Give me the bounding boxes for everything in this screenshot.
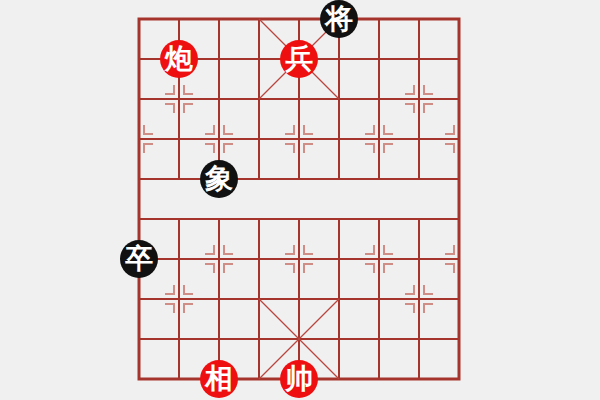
intersection-f1r6[interactable]: [159, 239, 199, 279]
intersection-f5r2[interactable]: [319, 79, 359, 119]
piece-red-soldier[interactable]: 兵: [280, 40, 318, 78]
intersection-f2r4[interactable]: 象: [199, 159, 239, 199]
intersection-f4r2[interactable]: [279, 79, 319, 119]
intersection-f6r4[interactable]: [359, 159, 399, 199]
intersection-f8r4[interactable]: [439, 159, 479, 199]
intersection-f8r2[interactable]: [439, 79, 479, 119]
intersection-f0r0[interactable]: [119, 0, 159, 39]
intersection-f2r3[interactable]: [199, 119, 239, 159]
intersection-f0r2[interactable]: [119, 79, 159, 119]
intersection-f4r3[interactable]: [279, 119, 319, 159]
intersection-f0r9[interactable]: [119, 359, 159, 399]
intersection-f4r4[interactable]: [279, 159, 319, 199]
intersection-f8r7[interactable]: [439, 279, 479, 319]
intersection-f5r6[interactable]: [319, 239, 359, 279]
intersection-f3r2[interactable]: [239, 79, 279, 119]
intersection-f6r9[interactable]: [359, 359, 399, 399]
intersection-f8r9[interactable]: [439, 359, 479, 399]
intersection-f7r9[interactable]: [399, 359, 439, 399]
intersection-f2r6[interactable]: [199, 239, 239, 279]
intersection-f7r2[interactable]: [399, 79, 439, 119]
intersection-f0r6[interactable]: 卒: [119, 239, 159, 279]
intersection-f7r8[interactable]: [399, 319, 439, 359]
intersection-f3r3[interactable]: [239, 119, 279, 159]
intersection-f7r7[interactable]: [399, 279, 439, 319]
intersection-f6r2[interactable]: [359, 79, 399, 119]
board: 将炮兵象卒相帅: [119, 0, 479, 399]
intersection-f5r4[interactable]: [319, 159, 359, 199]
intersection-f4r6[interactable]: [279, 239, 319, 279]
intersection-f7r5[interactable]: [399, 199, 439, 239]
piece-black-elephant[interactable]: 象: [200, 160, 238, 198]
intersection-f6r5[interactable]: [359, 199, 399, 239]
intersection-f1r1[interactable]: 炮: [159, 39, 199, 79]
intersection-f1r5[interactable]: [159, 199, 199, 239]
intersection-f5r1[interactable]: [319, 39, 359, 79]
intersection-f8r3[interactable]: [439, 119, 479, 159]
intersection-f0r8[interactable]: [119, 319, 159, 359]
intersection-f6r8[interactable]: [359, 319, 399, 359]
intersection-f8r0[interactable]: [439, 0, 479, 39]
intersection-f1r2[interactable]: [159, 79, 199, 119]
intersection-f3r6[interactable]: [239, 239, 279, 279]
intersection-f8r8[interactable]: [439, 319, 479, 359]
intersection-f0r4[interactable]: [119, 159, 159, 199]
intersection-f5r3[interactable]: [319, 119, 359, 159]
intersection-f4r0[interactable]: [279, 0, 319, 39]
intersection-f4r7[interactable]: [279, 279, 319, 319]
intersection-f2r2[interactable]: [199, 79, 239, 119]
intersection-f5r0[interactable]: 将: [319, 0, 359, 39]
intersection-f0r7[interactable]: [119, 279, 159, 319]
intersection-f7r0[interactable]: [399, 0, 439, 39]
intersection-f6r6[interactable]: [359, 239, 399, 279]
intersection-f3r4[interactable]: [239, 159, 279, 199]
piece-red-elephant[interactable]: 相: [200, 360, 238, 398]
intersection-f2r5[interactable]: [199, 199, 239, 239]
intersection-f1r8[interactable]: [159, 319, 199, 359]
intersection-f3r1[interactable]: [239, 39, 279, 79]
intersection-f1r9[interactable]: [159, 359, 199, 399]
intersection-f7r3[interactable]: [399, 119, 439, 159]
intersection-f8r6[interactable]: [439, 239, 479, 279]
intersection-f0r3[interactable]: [119, 119, 159, 159]
intersection-f2r9[interactable]: 相: [199, 359, 239, 399]
intersection-f3r8[interactable]: [239, 319, 279, 359]
intersection-f3r0[interactable]: [239, 0, 279, 39]
intersection-f7r6[interactable]: [399, 239, 439, 279]
intersection-f2r1[interactable]: [199, 39, 239, 79]
intersection-f3r9[interactable]: [239, 359, 279, 399]
intersection-f4r9[interactable]: 帅: [279, 359, 319, 399]
intersection-f5r7[interactable]: [319, 279, 359, 319]
intersection-f7r1[interactable]: [399, 39, 439, 79]
intersection-f3r7[interactable]: [239, 279, 279, 319]
piece-black-general[interactable]: 将: [320, 0, 358, 38]
xiangqi-diagram: 将炮兵象卒相帅: [0, 0, 600, 400]
piece-red-cannon[interactable]: 炮: [160, 40, 198, 78]
intersection-f2r7[interactable]: [199, 279, 239, 319]
intersection-f0r1[interactable]: [119, 39, 159, 79]
intersection-f6r0[interactable]: [359, 0, 399, 39]
intersection-f2r0[interactable]: [199, 0, 239, 39]
intersection-f0r5[interactable]: [119, 199, 159, 239]
intersection-f5r5[interactable]: [319, 199, 359, 239]
intersection-f4r5[interactable]: [279, 199, 319, 239]
intersection-f6r3[interactable]: [359, 119, 399, 159]
intersection-f6r1[interactable]: [359, 39, 399, 79]
intersection-f1r4[interactable]: [159, 159, 199, 199]
intersection-f2r8[interactable]: [199, 319, 239, 359]
piece-black-soldier[interactable]: 卒: [120, 240, 158, 278]
intersection-f6r7[interactable]: [359, 279, 399, 319]
piece-red-general[interactable]: 帅: [280, 360, 318, 398]
intersection-f1r3[interactable]: [159, 119, 199, 159]
intersection-f7r4[interactable]: [399, 159, 439, 199]
intersection-f4r8[interactable]: [279, 319, 319, 359]
intersection-f1r0[interactable]: [159, 0, 199, 39]
intersection-f5r9[interactable]: [319, 359, 359, 399]
intersection-f8r5[interactable]: [439, 199, 479, 239]
intersection-f1r7[interactable]: [159, 279, 199, 319]
intersection-f3r5[interactable]: [239, 199, 279, 239]
intersection-f4r1[interactable]: 兵: [279, 39, 319, 79]
intersection-f8r1[interactable]: [439, 39, 479, 79]
intersection-f5r8[interactable]: [319, 319, 359, 359]
